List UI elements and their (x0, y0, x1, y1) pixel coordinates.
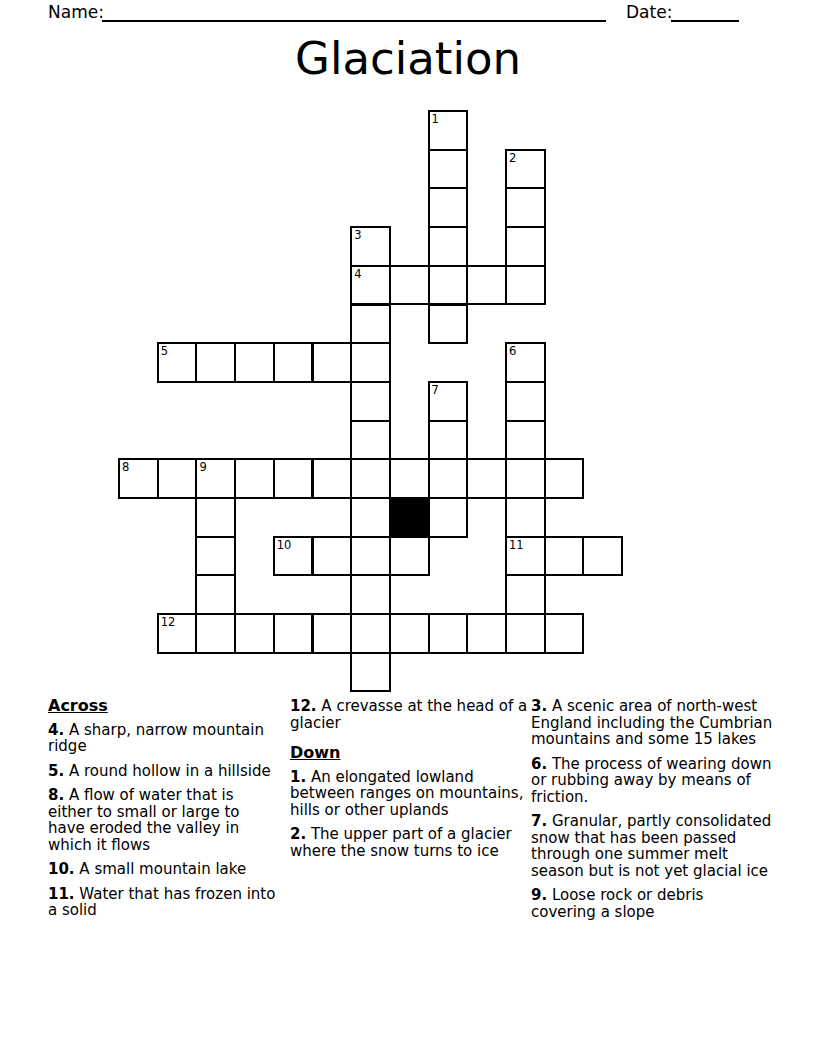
grid-cell-r6c4[interactable] (273, 342, 314, 383)
grid-cell-r7c10[interactable] (505, 381, 546, 422)
worksheet-page: Name: Date: Glaciation 123456789101112 A… (0, 0, 816, 1056)
across-header: Across (48, 698, 278, 715)
grid-cell-r13c4[interactable] (273, 613, 314, 654)
grid-cell-r13c11[interactable] (544, 613, 585, 654)
grid-cell-r9c0[interactable] (118, 458, 159, 499)
grid-cell-r1c8[interactable] (428, 149, 469, 190)
grid-cell-r13c7[interactable] (389, 613, 430, 654)
clue-across-5: 5. A round hollow in a hillside (48, 763, 278, 780)
grid-cell-r13c3[interactable] (234, 613, 275, 654)
grid-cell-r11c2[interactable] (195, 536, 236, 577)
grid-cell-r3c10[interactable] (505, 226, 546, 267)
clue-down-7: 7. Granular, partly consolidated snow th… (531, 813, 773, 879)
down-header: Down (290, 745, 528, 762)
clue-across-10: 10. A small mountain lake (48, 861, 278, 878)
clue-across-12: 12. A crevasse at the head of a glacier (290, 698, 528, 731)
grid-cell-r1c10[interactable] (505, 149, 546, 190)
grid-cell-r7c6[interactable] (350, 381, 391, 422)
date-label: Date: (626, 2, 672, 22)
grid-cell-r13c2[interactable] (195, 613, 236, 654)
grid-cell-r6c3[interactable] (234, 342, 275, 383)
grid-cell-r13c10[interactable] (505, 613, 546, 654)
grid-cell-r5c8[interactable] (428, 304, 469, 345)
clue-column-3: 3. A scenic area of north-west England i… (531, 698, 773, 928)
grid-cell-r6c2[interactable] (195, 342, 236, 383)
name-label: Name: (48, 2, 104, 22)
blocked-cell (389, 497, 430, 538)
grid-cell-r4c10[interactable] (505, 265, 546, 306)
clue-down-2: 2. The upper part of a glacier where the… (290, 826, 528, 859)
grid-cell-r12c6[interactable] (350, 574, 391, 615)
grid-cell-r8c10[interactable] (505, 420, 546, 461)
grid-cell-r9c1[interactable] (157, 458, 198, 499)
grid-cell-r7c8[interactable] (428, 381, 469, 422)
grid-cell-r11c7[interactable] (389, 536, 430, 577)
grid-cell-r14c6[interactable] (350, 652, 391, 693)
grid-cell-r4c7[interactable] (389, 265, 430, 306)
crossword-grid: 123456789101112 (118, 110, 624, 693)
grid-cell-r6c5[interactable] (312, 342, 353, 383)
grid-cell-r4c9[interactable] (466, 265, 507, 306)
grid-cell-r11c12[interactable] (582, 536, 623, 577)
grid-cell-r8c8[interactable] (428, 420, 469, 461)
grid-cell-r6c10[interactable] (505, 342, 546, 383)
puzzle-title: Glaciation (0, 33, 816, 85)
grid-cell-r13c6[interactable] (350, 613, 391, 654)
grid-cell-r6c6[interactable] (350, 342, 391, 383)
grid-cell-r9c7[interactable] (389, 458, 430, 499)
grid-cell-r5c6[interactable] (350, 304, 391, 345)
name-blank-line[interactable] (102, 2, 606, 22)
grid-cell-r4c8[interactable] (428, 265, 469, 306)
grid-cell-r13c8[interactable] (428, 613, 469, 654)
grid-cell-r9c3[interactable] (234, 458, 275, 499)
grid-cell-r12c2[interactable] (195, 574, 236, 615)
grid-cell-r13c1[interactable] (157, 613, 198, 654)
clue-down-3: 3. A scenic area of north-west England i… (531, 698, 773, 748)
grid-cell-r9c10[interactable] (505, 458, 546, 499)
grid-cell-r11c10[interactable] (505, 536, 546, 577)
clue-column-1: Across 4. A sharp, narrow mountain ridge… (48, 698, 278, 927)
date-blank-line[interactable] (671, 2, 739, 22)
grid-cell-r2c10[interactable] (505, 187, 546, 228)
grid-cell-r11c11[interactable] (544, 536, 585, 577)
clue-down-1: 1. An elongated lowland between ranges o… (290, 769, 528, 819)
clue-across-11: 11. Water that has frozen into a solid (48, 886, 278, 919)
grid-cell-r10c8[interactable] (428, 497, 469, 538)
grid-cell-r13c5[interactable] (312, 613, 353, 654)
grid-cell-r9c2[interactable] (195, 458, 236, 499)
clue-column-2: 12. A crevasse at the head of a glacier … (290, 698, 528, 867)
clue-down-9: 9. Loose rock or debris covering a slope (531, 887, 773, 920)
grid-cell-r10c6[interactable] (350, 497, 391, 538)
grid-cell-r2c8[interactable] (428, 187, 469, 228)
grid-cell-r10c2[interactable] (195, 497, 236, 538)
grid-cell-r9c9[interactable] (466, 458, 507, 499)
grid-cell-r8c6[interactable] (350, 420, 391, 461)
grid-cell-r9c11[interactable] (544, 458, 585, 499)
grid-cell-r12c10[interactable] (505, 574, 546, 615)
clue-across-4: 4. A sharp, narrow mountain ridge (48, 722, 278, 755)
grid-cell-r11c4[interactable] (273, 536, 314, 577)
grid-cell-r9c6[interactable] (350, 458, 391, 499)
grid-cell-r11c5[interactable] (312, 536, 353, 577)
clue-across-8: 8. A flow of water that is either to sma… (48, 787, 278, 853)
clue-down-6: 6. The process of wearing down or rubbin… (531, 756, 773, 806)
grid-cell-r3c8[interactable] (428, 226, 469, 267)
grid-cell-r9c4[interactable] (273, 458, 314, 499)
grid-cell-r6c1[interactable] (157, 342, 198, 383)
grid-cell-r9c5[interactable] (312, 458, 353, 499)
grid-cell-r13c9[interactable] (466, 613, 507, 654)
grid-cell-r4c6[interactable] (350, 265, 391, 306)
grid-cell-r0c8[interactable] (428, 110, 469, 151)
grid-cell-r9c8[interactable] (428, 458, 469, 499)
grid-cell-r11c6[interactable] (350, 536, 391, 577)
grid-cell-r10c10[interactable] (505, 497, 546, 538)
grid-cell-r3c6[interactable] (350, 226, 391, 267)
